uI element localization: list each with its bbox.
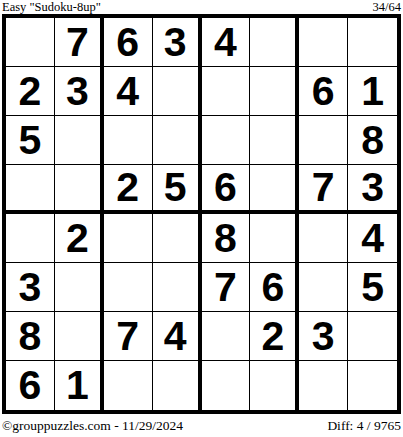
cell-r6c3[interactable] (104, 263, 153, 312)
cell-r7c2[interactable] (55, 312, 104, 361)
cell-r8c7[interactable] (299, 361, 348, 410)
cell-r4c6[interactable] (250, 165, 299, 214)
cell-r8c8[interactable] (348, 361, 397, 410)
cell-r4c1[interactable] (6, 165, 55, 214)
cell-r2c8[interactable]: 1 (348, 67, 397, 116)
cell-r1c5[interactable]: 4 (202, 18, 251, 67)
cell-r8c6[interactable] (250, 361, 299, 410)
cell-r2c2[interactable]: 3 (55, 67, 104, 116)
cell-r2c6[interactable] (250, 67, 299, 116)
cell-r2c7[interactable]: 6 (299, 67, 348, 116)
cell-r2c3[interactable]: 4 (104, 67, 153, 116)
cell-r3c3[interactable] (104, 116, 153, 165)
cell-r4c3[interactable]: 2 (104, 165, 153, 214)
page-footer: ©grouppuzzles.com - 11/29/2024 Diff: 4 /… (2, 418, 401, 433)
cell-r4c5[interactable]: 6 (202, 165, 251, 214)
cell-r3c1[interactable]: 5 (6, 116, 55, 165)
cell-r7c4[interactable]: 4 (153, 312, 202, 361)
cell-r8c5[interactable] (202, 361, 251, 410)
puzzle-counter: 34/64 (373, 1, 401, 14)
cell-r6c6[interactable]: 6 (250, 263, 299, 312)
cell-r3c4[interactable] (153, 116, 202, 165)
cell-r7c8[interactable] (348, 312, 397, 361)
cell-r1c7[interactable] (299, 18, 348, 67)
cell-r2c4[interactable] (153, 67, 202, 116)
page-header: Easy "Sudoku-8up" 34/64 (2, 0, 401, 14)
cell-r1c8[interactable] (348, 18, 397, 67)
cell-r7c1[interactable]: 8 (6, 312, 55, 361)
cell-r3c7[interactable] (299, 116, 348, 165)
cell-r4c7[interactable]: 7 (299, 165, 348, 214)
cell-r6c1[interactable]: 3 (6, 263, 55, 312)
copyright-text: ©grouppuzzles.com - 11/29/2024 (2, 418, 183, 433)
cell-r6c2[interactable] (55, 263, 104, 312)
cell-r2c1[interactable]: 2 (6, 67, 55, 116)
sudoku-board: 763423461582567328437658742361 (2, 14, 401, 414)
cell-r4c2[interactable] (55, 165, 104, 214)
cell-r8c3[interactable] (104, 361, 153, 410)
cell-r4c4[interactable]: 5 (153, 165, 202, 214)
cell-r1c2[interactable]: 7 (55, 18, 104, 67)
cell-r5c1[interactable] (6, 214, 55, 263)
cell-r6c8[interactable]: 5 (348, 263, 397, 312)
cell-r3c6[interactable] (250, 116, 299, 165)
cell-r5c5[interactable]: 8 (202, 214, 251, 263)
cell-r6c4[interactable] (153, 263, 202, 312)
cell-r1c1[interactable] (6, 18, 55, 67)
cell-r3c5[interactable] (202, 116, 251, 165)
cell-r3c2[interactable] (55, 116, 104, 165)
cell-r7c7[interactable]: 3 (299, 312, 348, 361)
cell-r8c1[interactable]: 6 (6, 361, 55, 410)
cell-r1c4[interactable]: 3 (153, 18, 202, 67)
cell-r6c7[interactable] (299, 263, 348, 312)
cell-r3c8[interactable]: 8 (348, 116, 397, 165)
cell-r7c5[interactable] (202, 312, 251, 361)
puzzle-title: Easy "Sudoku-8up" (2, 1, 101, 14)
cell-r5c4[interactable] (153, 214, 202, 263)
cell-r5c6[interactable] (250, 214, 299, 263)
cell-r5c2[interactable]: 2 (55, 214, 104, 263)
cell-r5c7[interactable] (299, 214, 348, 263)
cell-r6c5[interactable]: 7 (202, 263, 251, 312)
cell-r1c3[interactable]: 6 (104, 18, 153, 67)
cell-r8c4[interactable] (153, 361, 202, 410)
difficulty-text: Diff: 4 / 9765 (327, 418, 401, 433)
cell-r1c6[interactable] (250, 18, 299, 67)
cell-r7c6[interactable]: 2 (250, 312, 299, 361)
cell-r7c3[interactable]: 7 (104, 312, 153, 361)
cell-r2c5[interactable] (202, 67, 251, 116)
cell-r5c8[interactable]: 4 (348, 214, 397, 263)
cell-r5c3[interactable] (104, 214, 153, 263)
cell-r4c8[interactable]: 3 (348, 165, 397, 214)
cell-r8c2[interactable]: 1 (55, 361, 104, 410)
